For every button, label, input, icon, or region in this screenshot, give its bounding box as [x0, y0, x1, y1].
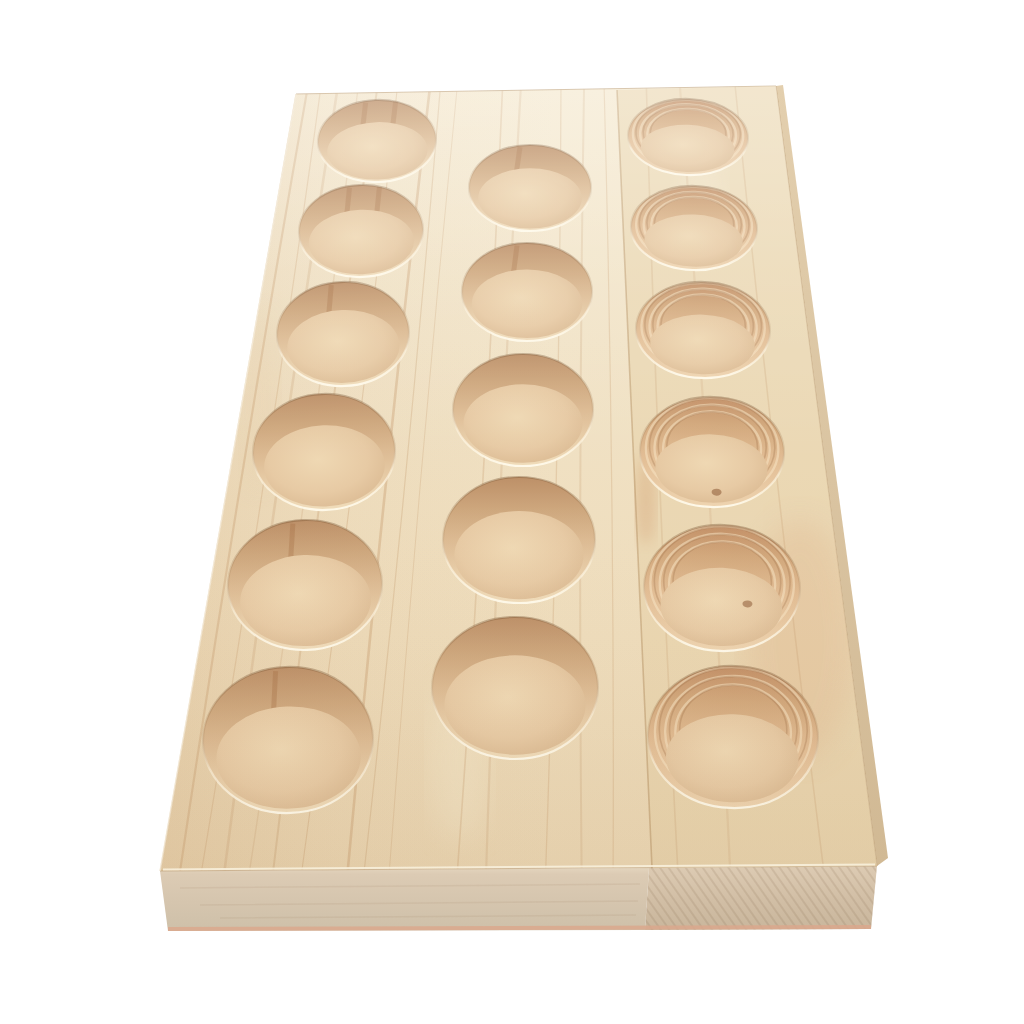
- board-front-face-right-grain: [645, 866, 877, 930]
- wooden-pit-board-photo: [0, 0, 1024, 1024]
- product-photo-canvas: [0, 0, 1024, 1024]
- board-front-face-left: [160, 868, 649, 931]
